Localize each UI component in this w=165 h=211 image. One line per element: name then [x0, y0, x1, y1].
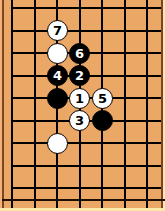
stone-move-4: 4 — [47, 65, 68, 86]
stone-label: 4 — [53, 69, 62, 82]
go-board: 7642153 — [0, 0, 165, 211]
stone-move-5: 5 — [92, 88, 113, 109]
board-right-edge-highlight — [163, 0, 165, 211]
stone-white — [47, 43, 68, 64]
stone-black — [47, 88, 68, 109]
stone-label: 3 — [75, 114, 84, 127]
stone-move-7: 7 — [47, 20, 68, 41]
stone-move-2: 2 — [69, 65, 90, 86]
grid-line-horizontal — [11, 30, 165, 32]
grid-line-horizontal — [11, 187, 165, 189]
grid-line-horizontal — [11, 165, 165, 167]
stone-label: 6 — [75, 47, 84, 60]
stone-label: 5 — [98, 92, 107, 105]
stone-white — [47, 133, 68, 154]
grid-line-horizontal — [11, 7, 165, 9]
stone-move-1: 1 — [69, 88, 90, 109]
stone-label: 2 — [75, 69, 84, 82]
stone-black — [92, 110, 113, 131]
stone-move-6: 6 — [69, 43, 90, 64]
board-bottom-edge-highlight — [0, 208, 165, 211]
board-left-edge-line — [2, 0, 4, 211]
stone-label: 7 — [53, 24, 62, 37]
stone-move-3: 3 — [69, 110, 90, 131]
board-bottom-edge-line — [2, 199, 165, 201]
grid-line-horizontal — [11, 142, 165, 144]
stone-label: 1 — [75, 92, 84, 105]
